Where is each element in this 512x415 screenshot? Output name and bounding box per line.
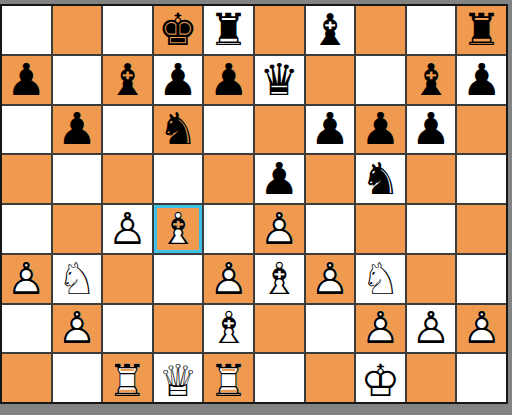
black-pawn[interactable]: ♟ (407, 106, 456, 154)
black-bishop[interactable]: ♝ (306, 6, 355, 54)
white-pawn[interactable]: ♟♙ (2, 255, 51, 303)
white-pawn[interactable]: ♟♙ (204, 255, 253, 303)
square-c3[interactable] (103, 255, 152, 303)
white-rook[interactable]: ♜♖ (204, 357, 253, 405)
square-a8[interactable] (2, 6, 51, 54)
black-pawn[interactable]: ♟ (457, 56, 506, 104)
square-i6[interactable]: ♟ (407, 106, 456, 154)
square-g2[interactable] (306, 305, 355, 353)
square-f8[interactable] (255, 6, 304, 54)
square-j7[interactable]: ♟ (457, 56, 506, 104)
white-pawn[interactable]: ♟♙ (103, 205, 152, 253)
white-pawn[interactable]: ♟♙ (457, 305, 506, 353)
square-e5[interactable] (204, 155, 253, 203)
square-g7[interactable] (306, 56, 355, 104)
white-rook[interactable]: ♜♖ (103, 357, 152, 405)
black-rook[interactable]: ♜ (457, 6, 506, 54)
black-pawn[interactable]: ♟ (53, 106, 102, 154)
white-pawn[interactable]: ♟♙ (306, 255, 355, 303)
square-f3[interactable]: ♝♗ (255, 255, 304, 303)
black-knight[interactable]: ♞ (356, 155, 405, 203)
square-e2[interactable]: ♝♗ (204, 305, 253, 353)
square-h6[interactable]: ♟ (356, 106, 405, 154)
square-d6[interactable]: ♞ (154, 106, 203, 154)
square-j6[interactable] (457, 106, 506, 154)
board: ♚♜♝♜♟♝♟♟♛♝♟♟♞♟♟♟♟♞♟♙♝♗♟♙♟♙♞♘♟♙♝♗♟♙♞♘♟♙♝♗… (0, 4, 508, 404)
white-knight[interactable]: ♞♘ (356, 255, 405, 303)
square-i3[interactable] (407, 255, 456, 303)
black-rook[interactable]: ♜ (204, 6, 253, 54)
square-e7[interactable]: ♟ (204, 56, 253, 104)
square-i2[interactable]: ♟♙ (407, 305, 456, 353)
square-a6[interactable] (2, 106, 51, 154)
white-king[interactable]: ♚♔ (356, 357, 405, 405)
square-c5[interactable] (103, 155, 152, 203)
square-g5[interactable] (306, 155, 355, 203)
white-pawn[interactable]: ♟♙ (255, 205, 304, 253)
square-f7[interactable]: ♛ (255, 56, 304, 104)
square-i5[interactable] (407, 155, 456, 203)
square-b5[interactable] (53, 155, 102, 203)
white-pawn[interactable]: ♟♙ (407, 305, 456, 353)
square-e3[interactable]: ♟♙ (204, 255, 253, 303)
square-a1[interactable] (2, 354, 51, 402)
square-j1[interactable] (457, 354, 506, 402)
square-h8[interactable] (356, 6, 405, 54)
square-h5[interactable]: ♞ (356, 155, 405, 203)
square-g3[interactable]: ♟♙ (306, 255, 355, 303)
square-d8[interactable]: ♚ (154, 6, 203, 54)
square-b8[interactable] (53, 6, 102, 54)
square-g4[interactable] (306, 205, 355, 253)
square-c4[interactable]: ♟♙ (103, 205, 152, 253)
square-a2[interactable] (2, 305, 51, 353)
square-e8[interactable]: ♜ (204, 6, 253, 54)
square-a5[interactable] (2, 155, 51, 203)
square-f5[interactable]: ♟ (255, 155, 304, 203)
black-pawn[interactable]: ♟ (356, 106, 405, 154)
square-d7[interactable]: ♟ (154, 56, 203, 104)
square-h1[interactable]: ♚♔ (356, 354, 405, 402)
square-i7[interactable]: ♝ (407, 56, 456, 104)
square-g6[interactable]: ♟ (306, 106, 355, 154)
square-i1[interactable] (407, 354, 456, 402)
square-a4[interactable] (2, 205, 51, 253)
white-knight[interactable]: ♞♘ (53, 255, 102, 303)
black-bishop[interactable]: ♝ (407, 56, 456, 104)
black-pawn[interactable]: ♟ (306, 106, 355, 154)
black-pawn[interactable]: ♟ (255, 155, 304, 203)
black-knight[interactable]: ♞ (154, 106, 203, 154)
square-g8[interactable]: ♝ (306, 6, 355, 54)
square-b3[interactable]: ♞♘ (53, 255, 102, 303)
black-pawn[interactable]: ♟ (154, 56, 203, 104)
square-a3[interactable]: ♟♙ (2, 255, 51, 303)
square-h4[interactable] (356, 205, 405, 253)
white-bishop[interactable]: ♝♗ (204, 305, 253, 353)
black-queen[interactable]: ♛ (255, 56, 304, 104)
square-b2[interactable]: ♟♙ (53, 305, 102, 353)
square-c2[interactable] (103, 305, 152, 353)
square-e1[interactable]: ♜♖ (204, 354, 253, 402)
square-c6[interactable] (103, 106, 152, 154)
square-d1[interactable]: ♛♕ (154, 354, 203, 402)
white-pawn[interactable]: ♟♙ (53, 305, 102, 353)
square-b4[interactable] (53, 205, 102, 253)
board-frame: ♚♜♝♜♟♝♟♟♛♝♟♟♞♟♟♟♟♞♟♙♝♗♟♙♟♙♞♘♟♙♝♗♟♙♞♘♟♙♝♗… (0, 0, 512, 415)
square-b6[interactable]: ♟ (53, 106, 102, 154)
square-i8[interactable] (407, 6, 456, 54)
square-d2[interactable] (154, 305, 203, 353)
square-c7[interactable]: ♝ (103, 56, 152, 104)
black-bishop[interactable]: ♝ (103, 56, 152, 104)
square-h3[interactable]: ♞♘ (356, 255, 405, 303)
square-b1[interactable] (53, 354, 102, 402)
square-c1[interactable]: ♜♖ (103, 354, 152, 402)
square-f4[interactable]: ♟♙ (255, 205, 304, 253)
black-pawn[interactable]: ♟ (2, 56, 51, 104)
white-bishop[interactable]: ♝♗ (255, 255, 304, 303)
square-j8[interactable]: ♜ (457, 6, 506, 54)
square-h2[interactable]: ♟♙ (356, 305, 405, 353)
square-c8[interactable] (103, 6, 152, 54)
square-j5[interactable] (457, 155, 506, 203)
square-d3[interactable] (154, 255, 203, 303)
square-b7[interactable] (53, 56, 102, 104)
square-e6[interactable] (204, 106, 253, 154)
square-e4[interactable] (204, 205, 253, 253)
black-pawn[interactable]: ♟ (204, 56, 253, 104)
square-j4[interactable] (457, 205, 506, 253)
square-h7[interactable] (356, 56, 405, 104)
white-queen[interactable]: ♛♕ (154, 357, 203, 405)
square-f6[interactable] (255, 106, 304, 154)
square-j2[interactable]: ♟♙ (457, 305, 506, 353)
square-d4[interactable]: ♝♗ (154, 205, 203, 253)
square-f1[interactable] (255, 354, 304, 402)
square-j3[interactable] (457, 255, 506, 303)
square-d5[interactable] (154, 155, 203, 203)
white-pawn[interactable]: ♟♙ (356, 305, 405, 353)
square-i4[interactable] (407, 205, 456, 253)
square-a7[interactable]: ♟ (2, 56, 51, 104)
square-g1[interactable] (306, 354, 355, 402)
square-f2[interactable] (255, 305, 304, 353)
white-bishop[interactable]: ♝♗ (154, 205, 203, 253)
black-king[interactable]: ♚ (154, 6, 203, 54)
